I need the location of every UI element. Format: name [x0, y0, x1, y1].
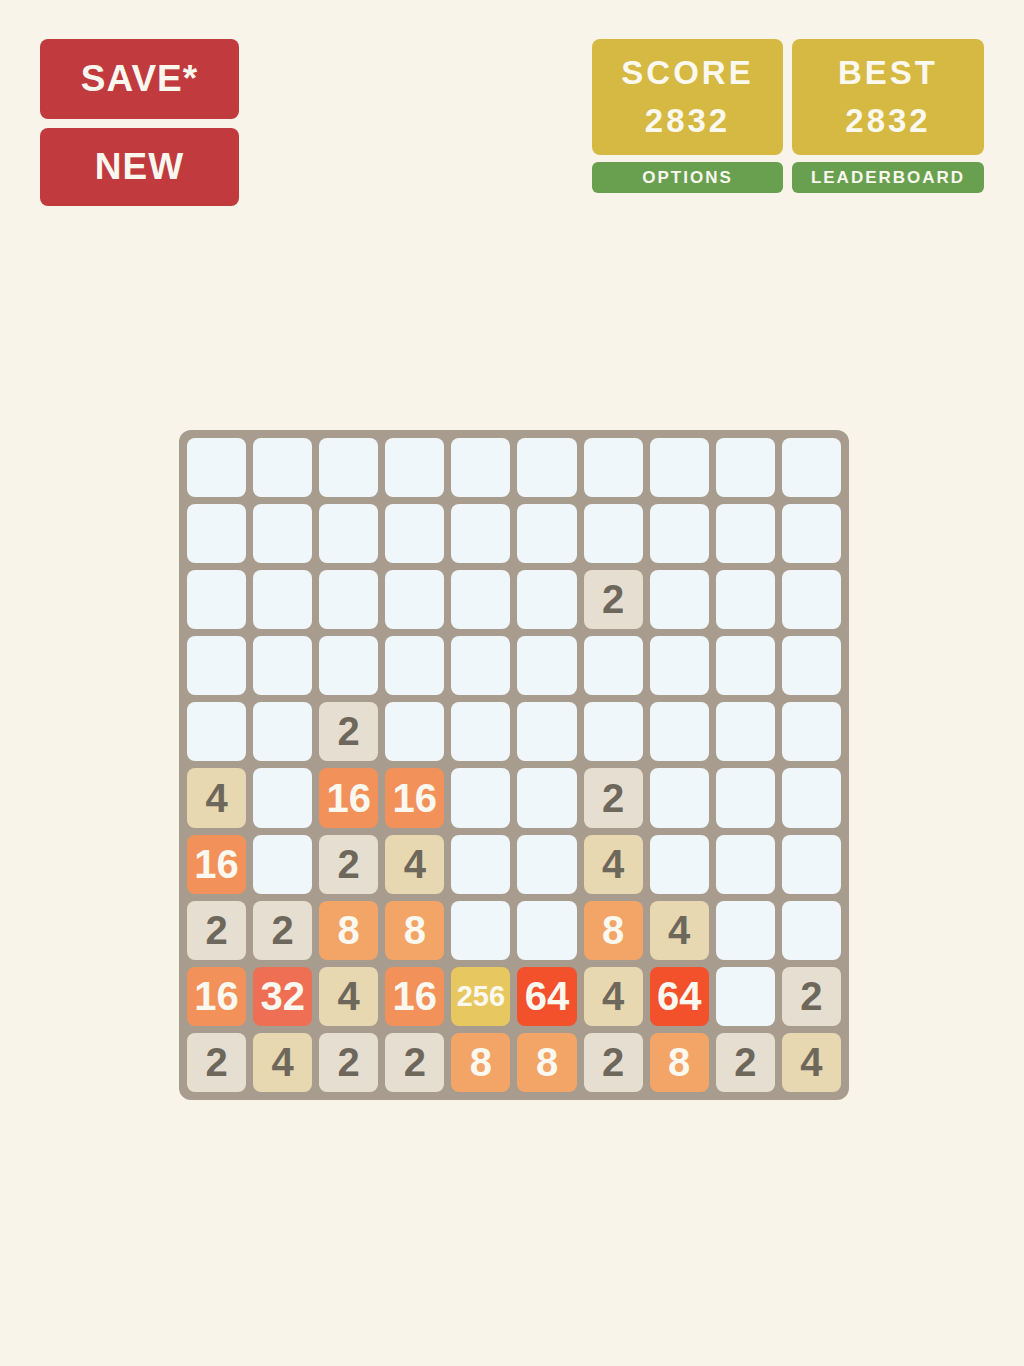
tile-8: 8: [650, 1033, 709, 1092]
save-button[interactable]: SAVE*: [40, 39, 239, 119]
best-value: 2832: [845, 97, 930, 145]
tile-16: 16: [385, 967, 444, 1026]
empty-cell: [584, 702, 643, 761]
tile-8: 8: [517, 1033, 576, 1092]
empty-cell: [517, 570, 576, 629]
empty-cell: [584, 636, 643, 695]
empty-cell: [319, 504, 378, 563]
tile-2: 2: [187, 1033, 246, 1092]
empty-cell: [716, 967, 775, 1026]
empty-cell: [319, 438, 378, 497]
empty-cell: [517, 702, 576, 761]
tile-2: 2: [782, 967, 841, 1026]
tile-2: 2: [319, 835, 378, 894]
empty-cell: [650, 702, 709, 761]
empty-cell: [650, 504, 709, 563]
tile-2: 2: [584, 570, 643, 629]
empty-cell: [517, 636, 576, 695]
empty-cell: [451, 438, 510, 497]
tile-2: 2: [716, 1033, 775, 1092]
empty-cell: [650, 768, 709, 827]
tile-32: 32: [253, 967, 312, 1026]
empty-cell: [451, 901, 510, 960]
tile-16: 16: [187, 835, 246, 894]
empty-cell: [782, 570, 841, 629]
empty-cell: [385, 570, 444, 629]
tile-2: 2: [385, 1033, 444, 1092]
tile-4: 4: [253, 1033, 312, 1092]
empty-cell: [716, 835, 775, 894]
empty-cell: [253, 570, 312, 629]
best-score-panel: BEST 2832: [792, 39, 984, 155]
empty-cell: [650, 438, 709, 497]
tile-4: 4: [650, 901, 709, 960]
tile-8: 8: [451, 1033, 510, 1092]
empty-cell: [253, 702, 312, 761]
empty-cell: [187, 504, 246, 563]
empty-cell: [716, 438, 775, 497]
empty-cell: [451, 636, 510, 695]
score-label: SCORE: [621, 49, 753, 97]
empty-cell: [782, 504, 841, 563]
empty-cell: [716, 768, 775, 827]
tile-2: 2: [584, 1033, 643, 1092]
empty-cell: [385, 438, 444, 497]
tile-4: 4: [782, 1033, 841, 1092]
empty-cell: [451, 504, 510, 563]
empty-cell: [451, 702, 510, 761]
empty-cell: [650, 835, 709, 894]
tile-2: 2: [319, 1033, 378, 1092]
empty-cell: [451, 835, 510, 894]
empty-cell: [584, 504, 643, 563]
empty-cell: [650, 570, 709, 629]
options-button[interactable]: OPTIONS: [592, 162, 783, 193]
empty-cell: [517, 768, 576, 827]
empty-cell: [782, 702, 841, 761]
leaderboard-button[interactable]: LEADERBOARD: [792, 162, 984, 193]
score-panel: SCORE 2832: [592, 39, 783, 155]
empty-cell: [716, 702, 775, 761]
tile-4: 4: [187, 768, 246, 827]
tile-64: 64: [650, 967, 709, 1026]
empty-cell: [385, 636, 444, 695]
empty-cell: [782, 438, 841, 497]
tile-16: 16: [319, 768, 378, 827]
tile-16: 16: [385, 768, 444, 827]
empty-cell: [187, 702, 246, 761]
best-label: BEST: [838, 49, 938, 97]
empty-cell: [782, 768, 841, 827]
empty-cell: [782, 835, 841, 894]
empty-cell: [385, 702, 444, 761]
empty-cell: [319, 570, 378, 629]
empty-cell: [517, 438, 576, 497]
tile-2: 2: [319, 702, 378, 761]
empty-cell: [187, 438, 246, 497]
empty-cell: [253, 504, 312, 563]
tile-2: 2: [187, 901, 246, 960]
tile-8: 8: [584, 901, 643, 960]
empty-cell: [650, 636, 709, 695]
empty-cell: [517, 901, 576, 960]
empty-cell: [517, 504, 576, 563]
empty-cell: [253, 768, 312, 827]
empty-cell: [782, 901, 841, 960]
tile-4: 4: [584, 835, 643, 894]
tile-8: 8: [385, 901, 444, 960]
empty-cell: [253, 438, 312, 497]
empty-cell: [716, 570, 775, 629]
empty-cell: [385, 504, 444, 563]
empty-cell: [716, 636, 775, 695]
empty-cell: [716, 504, 775, 563]
empty-cell: [253, 835, 312, 894]
tile-8: 8: [319, 901, 378, 960]
empty-cell: [716, 901, 775, 960]
empty-cell: [451, 768, 510, 827]
new-game-button[interactable]: NEW: [40, 128, 239, 206]
tile-64: 64: [517, 967, 576, 1026]
tile-256: 256: [451, 967, 510, 1026]
tile-4: 4: [584, 967, 643, 1026]
empty-cell: [187, 570, 246, 629]
empty-cell: [584, 438, 643, 497]
tile-2: 2: [584, 768, 643, 827]
game-board[interactable]: 2241616216244228884163241625664464224228…: [179, 430, 849, 1100]
tile-16: 16: [187, 967, 246, 1026]
score-value: 2832: [645, 97, 730, 145]
empty-cell: [187, 636, 246, 695]
empty-cell: [253, 636, 312, 695]
empty-cell: [517, 835, 576, 894]
tile-4: 4: [319, 967, 378, 1026]
empty-cell: [782, 636, 841, 695]
tile-2: 2: [253, 901, 312, 960]
game-screen: SAVE* NEW SCORE 2832 BEST 2832 OPTIONS L…: [0, 0, 1024, 1366]
empty-cell: [319, 636, 378, 695]
empty-cell: [451, 570, 510, 629]
tile-4: 4: [385, 835, 444, 894]
